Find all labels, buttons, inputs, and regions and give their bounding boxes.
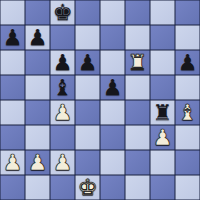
square-g4[interactable]: ♜ bbox=[150, 100, 175, 125]
black-king[interactable]: ♚ bbox=[53, 0, 73, 25]
black-pawn[interactable]: ♟ bbox=[103, 75, 123, 100]
black-pawn[interactable]: ♟ bbox=[78, 50, 98, 75]
square-d4[interactable] bbox=[75, 100, 100, 125]
square-f3[interactable] bbox=[125, 125, 150, 150]
square-f1[interactable] bbox=[125, 175, 150, 200]
square-e8[interactable] bbox=[100, 0, 125, 25]
square-d3[interactable] bbox=[75, 125, 100, 150]
square-c8[interactable]: ♚ bbox=[50, 0, 75, 25]
square-c1[interactable] bbox=[50, 175, 75, 200]
square-f7[interactable] bbox=[125, 25, 150, 50]
square-b6[interactable] bbox=[25, 50, 50, 75]
square-e7[interactable] bbox=[100, 25, 125, 50]
square-d6[interactable]: ♟ bbox=[75, 50, 100, 75]
square-f8[interactable] bbox=[125, 0, 150, 25]
white-pawn[interactable]: ♟ bbox=[3, 150, 23, 175]
square-c2[interactable]: ♟ bbox=[50, 150, 75, 175]
black-bishop[interactable]: ♝ bbox=[53, 75, 73, 100]
square-f6[interactable]: ♜ bbox=[125, 50, 150, 75]
square-c6[interactable]: ♟ bbox=[50, 50, 75, 75]
white-bishop[interactable]: ♝ bbox=[178, 100, 198, 125]
square-g5[interactable] bbox=[150, 75, 175, 100]
square-h3[interactable] bbox=[175, 125, 200, 150]
white-pawn[interactable]: ♟ bbox=[28, 150, 48, 175]
square-a8[interactable] bbox=[0, 0, 25, 25]
square-h7[interactable] bbox=[175, 25, 200, 50]
black-pawn[interactable]: ♟ bbox=[3, 25, 23, 50]
square-h1[interactable] bbox=[175, 175, 200, 200]
white-king[interactable]: ♚ bbox=[78, 175, 98, 200]
square-e2[interactable] bbox=[100, 150, 125, 175]
square-f4[interactable] bbox=[125, 100, 150, 125]
square-h5[interactable] bbox=[175, 75, 200, 100]
white-pawn[interactable]: ♟ bbox=[53, 100, 73, 125]
square-a3[interactable] bbox=[0, 125, 25, 150]
square-h6[interactable]: ♟ bbox=[175, 50, 200, 75]
square-f2[interactable] bbox=[125, 150, 150, 175]
square-d7[interactable] bbox=[75, 25, 100, 50]
square-b2[interactable]: ♟ bbox=[25, 150, 50, 175]
square-b7[interactable]: ♟ bbox=[25, 25, 50, 50]
square-b4[interactable] bbox=[25, 100, 50, 125]
square-g2[interactable] bbox=[150, 150, 175, 175]
square-a2[interactable]: ♟ bbox=[0, 150, 25, 175]
square-e4[interactable] bbox=[100, 100, 125, 125]
square-e3[interactable] bbox=[100, 125, 125, 150]
square-c7[interactable] bbox=[50, 25, 75, 50]
square-d2[interactable] bbox=[75, 150, 100, 175]
square-a4[interactable] bbox=[0, 100, 25, 125]
square-b3[interactable] bbox=[25, 125, 50, 150]
square-d5[interactable] bbox=[75, 75, 100, 100]
square-d1[interactable]: ♚ bbox=[75, 175, 100, 200]
square-g1[interactable] bbox=[150, 175, 175, 200]
chess-board: ♚♟♟♟♟♜♟♝♟♟♜♝♟♟♟♟♚ bbox=[0, 0, 200, 200]
white-pawn[interactable]: ♟ bbox=[153, 125, 173, 150]
square-e1[interactable] bbox=[100, 175, 125, 200]
square-c4[interactable]: ♟ bbox=[50, 100, 75, 125]
black-pawn[interactable]: ♟ bbox=[178, 50, 198, 75]
square-g3[interactable]: ♟ bbox=[150, 125, 175, 150]
white-pawn[interactable]: ♟ bbox=[53, 150, 73, 175]
square-g7[interactable] bbox=[150, 25, 175, 50]
square-f5[interactable] bbox=[125, 75, 150, 100]
square-a6[interactable] bbox=[0, 50, 25, 75]
square-c3[interactable] bbox=[50, 125, 75, 150]
square-b8[interactable] bbox=[25, 0, 50, 25]
square-a5[interactable] bbox=[0, 75, 25, 100]
square-b1[interactable] bbox=[25, 175, 50, 200]
square-a7[interactable]: ♟ bbox=[0, 25, 25, 50]
square-d8[interactable] bbox=[75, 0, 100, 25]
white-rook[interactable]: ♜ bbox=[128, 50, 148, 75]
black-pawn[interactable]: ♟ bbox=[53, 50, 73, 75]
square-h2[interactable] bbox=[175, 150, 200, 175]
black-pawn[interactable]: ♟ bbox=[28, 25, 48, 50]
square-e5[interactable]: ♟ bbox=[100, 75, 125, 100]
square-c5[interactable]: ♝ bbox=[50, 75, 75, 100]
black-rook[interactable]: ♜ bbox=[153, 100, 173, 125]
square-e6[interactable] bbox=[100, 50, 125, 75]
square-h4[interactable]: ♝ bbox=[175, 100, 200, 125]
square-a1[interactable] bbox=[0, 175, 25, 200]
square-b5[interactable] bbox=[25, 75, 50, 100]
square-g6[interactable] bbox=[150, 50, 175, 75]
square-h8[interactable] bbox=[175, 0, 200, 25]
square-g8[interactable] bbox=[150, 0, 175, 25]
